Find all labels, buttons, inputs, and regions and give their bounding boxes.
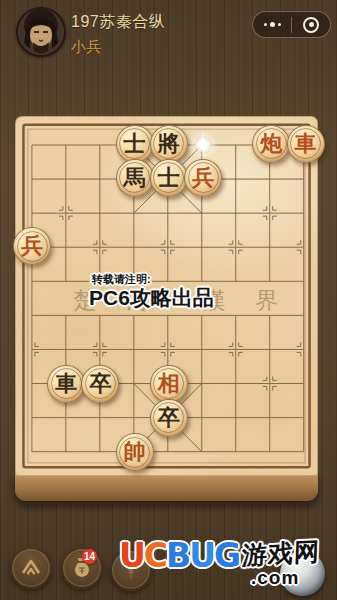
piece-label: 卒 xyxy=(158,407,180,429)
site-logo-letter: B xyxy=(166,536,189,575)
more-options-button[interactable] xyxy=(253,12,291,37)
coins-button[interactable]: 14 xyxy=(61,547,103,589)
piece-black-車[interactable]: 車 xyxy=(47,365,85,403)
piece-black-卒[interactable]: 卒 xyxy=(81,365,119,403)
chevron-up-icon xyxy=(19,556,43,580)
exit-target-icon xyxy=(303,17,319,33)
site-logo: UCBUG xyxy=(119,553,239,570)
exit-button[interactable] xyxy=(292,12,330,37)
piece-red-兵[interactable]: 兵 xyxy=(184,159,222,197)
piece-label: 車 xyxy=(295,133,317,155)
header-titles: 197苏秦合纵 小兵 xyxy=(71,12,165,57)
piece-black-士[interactable]: 士 xyxy=(150,159,188,197)
piece-label: 車 xyxy=(55,373,77,395)
move-highlight-sparkle xyxy=(194,136,212,154)
piece-label: 士 xyxy=(124,133,146,155)
piece-label: 兵 xyxy=(192,167,214,189)
piece-label: 兵 xyxy=(21,235,43,257)
piece-red-炮[interactable]: 炮 xyxy=(252,125,290,163)
river-right-label: 漢 界 xyxy=(203,288,290,313)
piece-label: 士 xyxy=(158,167,180,189)
site-logo-letter: U xyxy=(119,536,144,575)
site-logo-cn: 游戏网 xyxy=(242,535,321,572)
level-title: 197苏秦合纵 xyxy=(71,12,165,33)
coin-badge: 14 xyxy=(82,549,97,564)
watermark-source: PC6攻略出品 xyxy=(89,286,214,309)
more-dots-icon xyxy=(264,23,267,26)
more-dots-icon xyxy=(278,23,281,26)
app-screen: 197苏秦合纵 小兵 楚 河漢 界 士將炮車馬士兵兵車卒相卒帥 转载请注明: P… xyxy=(0,0,337,600)
piece-label: 馬 xyxy=(124,167,146,189)
board-edge xyxy=(15,472,318,501)
piece-red-相[interactable]: 相 xyxy=(150,365,188,403)
piece-black-卒[interactable]: 卒 xyxy=(150,399,188,437)
piece-label: 卒 xyxy=(89,373,111,395)
level-subtitle: 小兵 xyxy=(71,38,165,57)
site-logo-letter: U xyxy=(189,536,214,575)
piece-black-士[interactable]: 士 xyxy=(116,125,154,163)
piece-black-馬[interactable]: 馬 xyxy=(116,159,154,197)
piece-label: 帥 xyxy=(124,441,146,463)
piece-red-帥[interactable]: 帥 xyxy=(116,433,154,471)
site-logo-letter: C xyxy=(144,536,166,575)
expand-button[interactable] xyxy=(10,547,52,589)
site-watermark: UCBUG游戏网 .com xyxy=(119,536,337,589)
piece-red-車[interactable]: 車 xyxy=(287,125,325,163)
watermark-note: 转载请注明: xyxy=(92,273,214,285)
avatar[interactable] xyxy=(16,7,66,57)
avatar-portrait xyxy=(18,9,64,55)
piece-label: 相 xyxy=(158,373,180,395)
piece-label: 將 xyxy=(158,133,180,155)
piece-black-將[interactable]: 將 xyxy=(150,125,188,163)
piece-label: 炮 xyxy=(260,133,282,155)
site-logo-letter: G xyxy=(214,536,239,575)
center-watermark: 转载请注明: PC6攻略出品 xyxy=(89,273,214,309)
miniprogram-capsule xyxy=(252,11,331,38)
more-dots-icon xyxy=(270,22,275,27)
